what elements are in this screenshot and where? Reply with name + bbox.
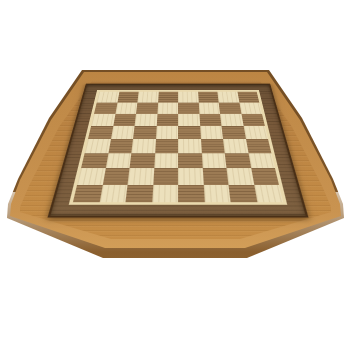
square-h4[interactable] [246,139,272,153]
square-h1[interactable] [254,185,283,203]
square-g3[interactable] [225,153,251,168]
square-f3[interactable] [201,153,226,168]
square-c4[interactable] [131,139,155,153]
square-d6[interactable] [156,114,178,126]
square-g2[interactable] [226,168,253,184]
square-d7[interactable] [157,102,178,113]
square-a7[interactable] [94,102,117,113]
square-c6[interactable] [135,114,157,126]
square-g1[interactable] [228,185,256,203]
square-a1[interactable] [73,185,102,203]
square-b5[interactable] [111,126,135,139]
square-c7[interactable] [136,102,158,113]
square-h6[interactable] [241,114,265,126]
square-d2[interactable] [153,168,178,184]
square-f2[interactable] [202,168,228,184]
square-f5[interactable] [200,126,223,139]
square-d5[interactable] [156,126,179,139]
square-c2[interactable] [128,168,154,184]
square-f8[interactable] [198,92,219,103]
square-b7[interactable] [115,102,137,113]
chessboard-photo [0,0,350,350]
square-h8[interactable] [237,92,259,103]
square-b4[interactable] [108,139,133,153]
square-g6[interactable] [220,114,243,126]
square-b2[interactable] [102,168,129,184]
square-d8[interactable] [158,92,178,103]
square-b1[interactable] [99,185,127,203]
square-f6[interactable] [199,114,221,126]
square-e7[interactable] [178,102,199,113]
square-g8[interactable] [217,92,239,103]
square-a8[interactable] [97,92,119,103]
square-h7[interactable] [239,102,262,113]
square-f4[interactable] [201,139,225,153]
square-g4[interactable] [223,139,248,153]
square-c1[interactable] [125,185,152,203]
board-insert [47,84,308,218]
square-g5[interactable] [221,126,245,139]
square-g7[interactable] [219,102,241,113]
playing-surface [73,92,283,203]
square-h2[interactable] [251,168,279,184]
square-a6[interactable] [91,114,115,126]
square-c5[interactable] [133,126,156,139]
square-e5[interactable] [178,126,201,139]
square-a2[interactable] [77,168,105,184]
square-e4[interactable] [178,139,201,153]
square-h3[interactable] [248,153,275,168]
cream-inlay-line [69,90,287,204]
square-b3[interactable] [105,153,131,168]
walnut-border [47,84,308,218]
square-e1[interactable] [178,185,204,203]
square-e2[interactable] [178,168,203,184]
square-e6[interactable] [178,114,200,126]
square-a3[interactable] [81,153,108,168]
square-d1[interactable] [152,185,178,203]
square-b6[interactable] [113,114,136,126]
square-a5[interactable] [88,126,113,139]
square-d4[interactable] [155,139,178,153]
square-c3[interactable] [130,153,155,168]
square-f7[interactable] [198,102,220,113]
square-b8[interactable] [117,92,139,103]
square-h5[interactable] [243,126,268,139]
square-d3[interactable] [154,153,178,168]
square-f1[interactable] [203,185,230,203]
square-a4[interactable] [85,139,111,153]
square-c8[interactable] [137,92,158,103]
square-e3[interactable] [178,153,202,168]
square-e8[interactable] [178,92,198,103]
